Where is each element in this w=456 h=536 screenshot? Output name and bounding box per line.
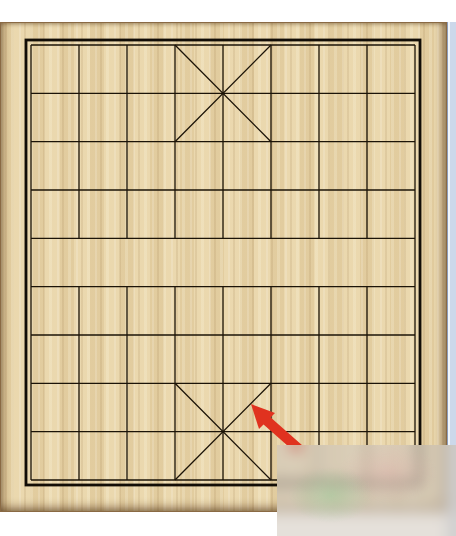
blur-overlay [277, 445, 456, 536]
xiangqi-board[interactable] [0, 22, 447, 512]
board-grid [0, 22, 447, 512]
top-file-labels [0, 0, 456, 22]
xiangqi-app [0, 0, 456, 536]
watermark [452, 503, 454, 528]
